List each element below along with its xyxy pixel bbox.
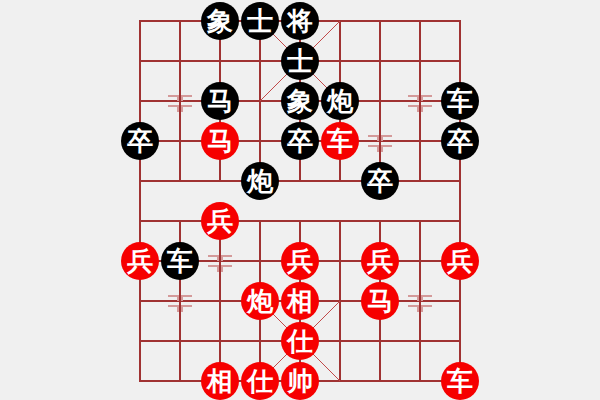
red-chariot[interactable]: 车 (321, 122, 359, 160)
red-horse[interactable]: 马 (201, 122, 239, 160)
black-advisor[interactable]: 士 (241, 2, 279, 40)
black-general[interactable]: 将 (281, 2, 319, 40)
black-soldier[interactable]: 卒 (281, 122, 319, 160)
red-soldier[interactable]: 兵 (281, 242, 319, 280)
red-horse[interactable]: 马 (361, 282, 399, 320)
black-chariot[interactable]: 车 (441, 82, 479, 120)
black-soldier[interactable]: 卒 (121, 122, 159, 160)
black-advisor[interactable]: 士 (281, 42, 319, 80)
red-soldier[interactable]: 兵 (361, 242, 399, 280)
red-chariot[interactable]: 车 (441, 362, 479, 400)
black-soldier[interactable]: 卒 (441, 122, 479, 160)
red-advisor[interactable]: 仕 (241, 362, 279, 400)
red-elephant[interactable]: 相 (201, 362, 239, 400)
red-general[interactable]: 帅 (281, 362, 319, 400)
black-soldier[interactable]: 卒 (361, 162, 399, 200)
black-elephant[interactable]: 象 (201, 2, 239, 40)
red-soldier[interactable]: 兵 (441, 242, 479, 280)
black-horse[interactable]: 马 (201, 82, 239, 120)
xiangqi-board: 象士将士马象炮车卒卒卒炮卒车马车兵兵兵兵兵炮相马仕相仕帅车 (0, 0, 600, 400)
red-advisor[interactable]: 仕 (281, 322, 319, 360)
black-cannon[interactable]: 炮 (241, 162, 279, 200)
red-soldier[interactable]: 兵 (121, 242, 159, 280)
pieces-layer: 象士将士马象炮车卒卒卒炮卒车马车兵兵兵兵兵炮相马仕相仕帅车 (120, 1, 480, 400)
black-chariot[interactable]: 车 (161, 242, 199, 280)
red-soldier[interactable]: 兵 (201, 202, 239, 240)
red-elephant[interactable]: 相 (281, 282, 319, 320)
black-cannon[interactable]: 炮 (321, 82, 359, 120)
red-cannon[interactable]: 炮 (241, 282, 279, 320)
black-elephant[interactable]: 象 (281, 82, 319, 120)
